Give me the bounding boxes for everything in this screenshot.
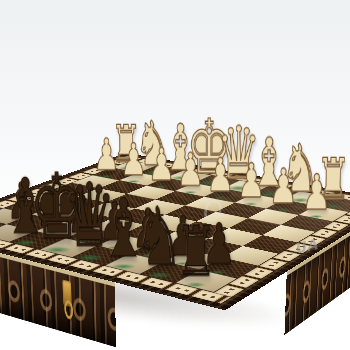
photo-scene: ♜♞♝♚♛♝♞♜♟♟♟♟♟♟♟♟♟♟♟♟♟♟♟♟♜♞♝♚♛♝♞♜ O .UA: [0, 0, 350, 350]
piece-black-rook: ♜: [175, 216, 217, 286]
chess-board: ♜♞♝♚♛♝♞♜♟♟♟♟♟♟♟♟♟♟♟♟♟♟♟♟♜♞♝♚♛♝♞♜: [0, 153, 350, 311]
brass-clasp: [62, 280, 71, 308]
piece-white-pawn: ♟: [301, 168, 331, 217]
